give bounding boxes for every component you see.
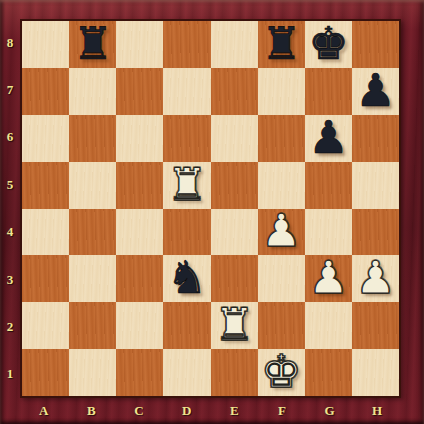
- chessboard: ♜♜♚♟♟♜♟♞♟♟♜♚: [20, 19, 401, 398]
- square-f4[interactable]: ♟: [258, 209, 305, 256]
- square-c8[interactable]: [116, 21, 163, 68]
- square-f2[interactable]: [258, 302, 305, 349]
- square-d2[interactable]: [163, 302, 210, 349]
- square-g8[interactable]: ♚: [305, 21, 352, 68]
- piece-black-rook-b8[interactable]: ♜: [73, 21, 113, 66]
- chessboard-frame: ♜♜♚♟♟♜♟♞♟♟♜♚ 87654321ABCDEFGH: [0, 0, 424, 424]
- rank-label-2: 2: [0, 303, 20, 350]
- square-h2[interactable]: [352, 302, 399, 349]
- square-h4[interactable]: [352, 209, 399, 256]
- piece-white-king-f1[interactable]: ♚: [261, 349, 301, 394]
- square-a1[interactable]: [22, 349, 69, 396]
- square-a2[interactable]: [22, 302, 69, 349]
- square-b2[interactable]: [69, 302, 116, 349]
- rank-label-5: 5: [0, 161, 20, 208]
- square-b4[interactable]: [69, 209, 116, 256]
- square-d6[interactable]: [163, 115, 210, 162]
- file-label-d: D: [163, 398, 211, 424]
- square-b8[interactable]: ♜: [69, 21, 116, 68]
- square-h3[interactable]: ♟: [352, 255, 399, 302]
- square-h7[interactable]: ♟: [352, 68, 399, 115]
- square-e2[interactable]: ♜: [211, 302, 258, 349]
- square-c6[interactable]: [116, 115, 163, 162]
- square-c1[interactable]: [116, 349, 163, 396]
- square-f6[interactable]: [258, 115, 305, 162]
- piece-black-knight-d3[interactable]: ♞: [167, 255, 207, 300]
- square-a6[interactable]: [22, 115, 69, 162]
- piece-black-pawn-g6[interactable]: ♟: [308, 115, 348, 160]
- square-f5[interactable]: [258, 162, 305, 209]
- file-label-g: G: [306, 398, 354, 424]
- square-g6[interactable]: ♟: [305, 115, 352, 162]
- piece-white-rook-e2[interactable]: ♜: [214, 302, 254, 347]
- square-e4[interactable]: [211, 209, 258, 256]
- square-a5[interactable]: [22, 162, 69, 209]
- square-b5[interactable]: [69, 162, 116, 209]
- square-g7[interactable]: [305, 68, 352, 115]
- square-h5[interactable]: [352, 162, 399, 209]
- piece-white-pawn-g3[interactable]: ♟: [308, 255, 348, 300]
- square-b7[interactable]: [69, 68, 116, 115]
- square-e6[interactable]: [211, 115, 258, 162]
- square-c7[interactable]: [116, 68, 163, 115]
- square-e5[interactable]: [211, 162, 258, 209]
- square-h8[interactable]: [352, 21, 399, 68]
- square-a4[interactable]: [22, 209, 69, 256]
- square-e1[interactable]: [211, 349, 258, 396]
- file-label-a: A: [20, 398, 68, 424]
- square-a3[interactable]: [22, 255, 69, 302]
- square-d5[interactable]: ♜: [163, 162, 210, 209]
- square-g2[interactable]: [305, 302, 352, 349]
- file-label-h: H: [353, 398, 401, 424]
- square-e3[interactable]: [211, 255, 258, 302]
- square-c5[interactable]: [116, 162, 163, 209]
- square-h6[interactable]: [352, 115, 399, 162]
- rank-label-6: 6: [0, 114, 20, 161]
- square-g4[interactable]: [305, 209, 352, 256]
- rank-label-4: 4: [0, 209, 20, 256]
- square-g5[interactable]: [305, 162, 352, 209]
- square-d3[interactable]: ♞: [163, 255, 210, 302]
- square-f1[interactable]: ♚: [258, 349, 305, 396]
- square-a8[interactable]: [22, 21, 69, 68]
- square-b1[interactable]: [69, 349, 116, 396]
- rank-label-8: 8: [0, 19, 20, 66]
- square-f3[interactable]: [258, 255, 305, 302]
- file-label-b: B: [68, 398, 116, 424]
- square-g3[interactable]: ♟: [305, 255, 352, 302]
- square-c4[interactable]: [116, 209, 163, 256]
- piece-white-rook-d5[interactable]: ♜: [167, 162, 207, 207]
- piece-white-pawn-f4[interactable]: ♟: [261, 208, 301, 253]
- square-f8[interactable]: ♜: [258, 21, 305, 68]
- square-b3[interactable]: [69, 255, 116, 302]
- rank-label-1: 1: [0, 351, 20, 398]
- square-e7[interactable]: [211, 68, 258, 115]
- piece-black-king-g8[interactable]: ♚: [308, 21, 348, 66]
- square-d1[interactable]: [163, 349, 210, 396]
- rank-label-7: 7: [0, 66, 20, 113]
- square-c2[interactable]: [116, 302, 163, 349]
- square-d7[interactable]: [163, 68, 210, 115]
- square-c3[interactable]: [116, 255, 163, 302]
- file-label-c: C: [115, 398, 163, 424]
- piece-black-pawn-h7[interactable]: ♟: [355, 68, 395, 113]
- rank-label-3: 3: [0, 256, 20, 303]
- square-h1[interactable]: [352, 349, 399, 396]
- piece-black-rook-f8[interactable]: ♜: [261, 21, 301, 66]
- square-g1[interactable]: [305, 349, 352, 396]
- file-label-e: E: [211, 398, 259, 424]
- square-f7[interactable]: [258, 68, 305, 115]
- piece-white-pawn-h3[interactable]: ♟: [355, 255, 395, 300]
- square-d4[interactable]: [163, 209, 210, 256]
- square-b6[interactable]: [69, 115, 116, 162]
- square-d8[interactable]: [163, 21, 210, 68]
- square-a7[interactable]: [22, 68, 69, 115]
- square-e8[interactable]: [211, 21, 258, 68]
- file-label-f: F: [258, 398, 306, 424]
